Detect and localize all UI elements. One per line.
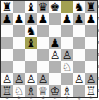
black-pawn: ♟ [74, 13, 84, 25]
square-b5[interactable] [13, 37, 25, 49]
rank-label-4: 4 [97, 49, 99, 61]
black-bishop: ♝ [26, 1, 36, 13]
black-rook: ♜ [86, 1, 96, 13]
file-label-h: h [85, 96, 97, 100]
chess-board-page: ♜♝♛♚♞♜♟♟♟♟♟♟♟♞♝♟♙♙♘♙♙♙♙♙♙♖♘♗♕♔♗♖ 8765432… [0, 0, 99, 100]
square-c4[interactable] [25, 49, 37, 61]
square-b7[interactable]: ♟ [13, 13, 25, 25]
rank-label-1: 1 [97, 85, 99, 97]
square-b3[interactable] [13, 61, 25, 73]
black-bishop: ♝ [26, 37, 36, 49]
square-f8[interactable] [61, 1, 73, 13]
white-pawn: ♙ [86, 73, 96, 85]
square-a4[interactable] [1, 49, 13, 61]
file-label-f: f [61, 96, 73, 100]
square-g4[interactable] [73, 49, 85, 61]
square-h2[interactable]: ♙ [85, 73, 97, 85]
white-pawn: ♙ [38, 73, 48, 85]
file-label-e: e [49, 96, 61, 100]
file-label-a: a [1, 96, 13, 100]
square-h6[interactable] [85, 25, 97, 37]
rank-label-7: 7 [97, 13, 99, 25]
black-queen: ♛ [38, 1, 48, 13]
square-e2[interactable] [49, 73, 61, 85]
square-a7[interactable]: ♟ [1, 13, 13, 25]
white-knight: ♘ [62, 61, 72, 73]
square-c7[interactable]: ♟ [25, 13, 37, 25]
square-e4[interactable]: ♙ [49, 49, 61, 61]
square-f4[interactable]: ♙ [61, 49, 73, 61]
file-label-d: d [37, 96, 49, 100]
black-pawn: ♟ [50, 37, 60, 49]
square-f5[interactable] [61, 37, 73, 49]
black-knight: ♞ [74, 1, 84, 13]
black-pawn: ♟ [26, 13, 36, 25]
square-a2[interactable]: ♙ [1, 73, 13, 85]
rank-label-6: 6 [97, 25, 99, 37]
white-pawn: ♙ [50, 49, 60, 61]
square-b4[interactable] [13, 49, 25, 61]
square-e3[interactable] [49, 61, 61, 73]
file-label-b: b [13, 96, 25, 100]
square-e8[interactable]: ♚ [49, 1, 61, 13]
square-g5[interactable] [73, 37, 85, 49]
square-e5[interactable]: ♟ [49, 37, 61, 49]
square-f6[interactable] [61, 25, 73, 37]
square-d4[interactable] [37, 49, 49, 61]
square-a6[interactable] [1, 25, 13, 37]
square-c8[interactable]: ♝ [25, 1, 37, 13]
square-g7[interactable]: ♟ [73, 13, 85, 25]
rank-label-2: 2 [97, 73, 99, 85]
white-pawn: ♙ [26, 73, 36, 85]
black-pawn: ♟ [2, 13, 12, 25]
file-label-g: g [73, 96, 85, 100]
white-pawn: ♙ [2, 73, 12, 85]
square-g6[interactable] [73, 25, 85, 37]
white-pawn: ♙ [74, 73, 84, 85]
square-d7[interactable]: ♟ [37, 13, 49, 25]
black-pawn: ♟ [38, 13, 48, 25]
square-h4[interactable] [85, 49, 97, 61]
rank-label-3: 3 [97, 61, 99, 73]
square-g8[interactable]: ♞ [73, 1, 85, 13]
square-h3[interactable] [85, 61, 97, 73]
white-pawn: ♙ [62, 49, 72, 61]
file-labels: abcdefgh [1, 96, 97, 100]
square-a8[interactable]: ♜ [1, 1, 13, 13]
rank-label-8: 8 [97, 1, 99, 13]
square-e7[interactable] [49, 13, 61, 25]
square-d3[interactable] [37, 61, 49, 73]
square-c3[interactable] [25, 61, 37, 73]
rank-labels: 87654321 [97, 1, 99, 97]
rank-label-5: 5 [97, 37, 99, 49]
square-g2[interactable]: ♙ [73, 73, 85, 85]
square-d8[interactable]: ♛ [37, 1, 49, 13]
square-b6[interactable] [13, 25, 25, 37]
black-knight: ♞ [26, 25, 36, 37]
black-pawn: ♟ [14, 13, 24, 25]
square-b8[interactable] [13, 1, 25, 13]
square-a5[interactable] [1, 37, 13, 49]
square-d6[interactable] [37, 25, 49, 37]
square-h8[interactable]: ♜ [85, 1, 97, 13]
square-c5[interactable]: ♝ [25, 37, 37, 49]
black-pawn: ♟ [62, 13, 72, 25]
square-d5[interactable] [37, 37, 49, 49]
white-pawn: ♙ [14, 73, 24, 85]
file-label-c: c [25, 96, 37, 100]
square-b2[interactable]: ♙ [13, 73, 25, 85]
square-d2[interactable]: ♙ [37, 73, 49, 85]
square-h5[interactable] [85, 37, 97, 49]
square-a3[interactable] [1, 61, 13, 73]
black-pawn: ♟ [86, 13, 96, 25]
square-c6[interactable]: ♞ [25, 25, 37, 37]
square-f2[interactable] [61, 73, 73, 85]
square-c2[interactable]: ♙ [25, 73, 37, 85]
square-h7[interactable]: ♟ [85, 13, 97, 25]
square-g3[interactable] [73, 61, 85, 73]
chess-board: ♜♝♛♚♞♜♟♟♟♟♟♟♟♞♝♟♙♙♘♙♙♙♙♙♙♖♘♗♕♔♗♖ [0, 0, 98, 98]
square-f7[interactable]: ♟ [61, 13, 73, 25]
black-rook: ♜ [2, 1, 12, 13]
square-e6[interactable] [49, 25, 61, 37]
black-king: ♚ [50, 1, 60, 13]
square-f3[interactable]: ♘ [61, 61, 73, 73]
